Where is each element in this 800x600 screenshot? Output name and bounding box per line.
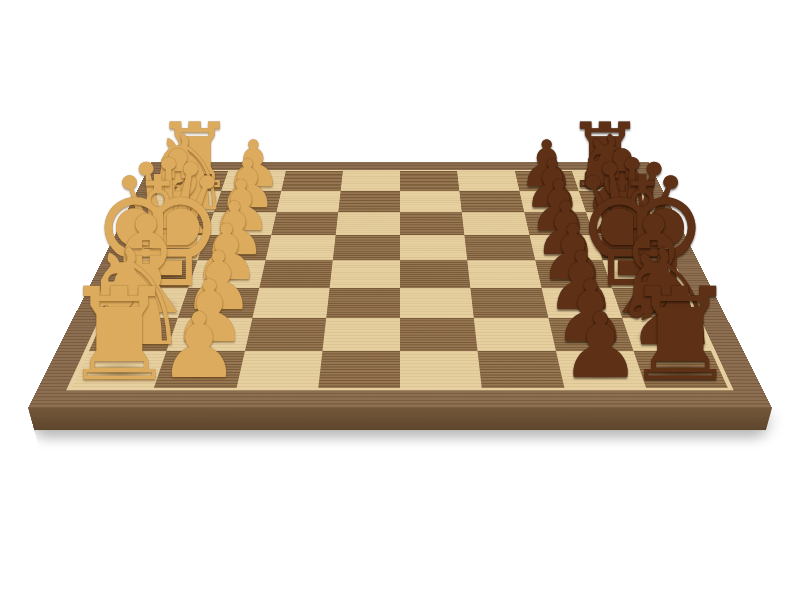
pieces-layer: ♜♞♝♛♚♝♞♜♟♟♟♟♟♟♟♟♟♟♟♟♟♟♟♟♜♞♝♛♚♝♞♜	[0, 0, 800, 600]
piece-black-rook-h8[interactable]: ♜	[623, 272, 737, 400]
piece-white-pawn-h2[interactable]: ♟	[159, 301, 240, 391]
chessboard-photo: ♜♞♝♛♚♝♞♜♟♟♟♟♟♟♟♟♟♟♟♟♟♟♟♟♜♞♝♛♚♝♞♜	[0, 0, 800, 600]
